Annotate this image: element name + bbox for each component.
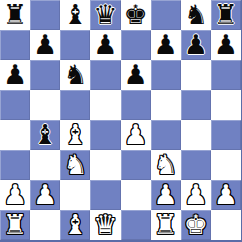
square-a2[interactable]: ♟ [0,180,30,210]
square-g2[interactable]: ♟ [181,180,211,210]
square-b7[interactable]: ♟ [30,30,60,60]
square-e8[interactable]: ♚ [121,0,151,30]
black-rook-h8[interactable]: ♜ [214,1,238,28]
black-pawn-b7[interactable]: ♟ [33,31,57,58]
chess-board: ♜♝♛♚♞♜♟♟♟♟♟♟♞♟♝♝♟♞♞♟♟♟♟♟♜♝♛♜♚ [0,0,242,242]
square-a6[interactable]: ♟ [0,60,30,90]
black-queen-d8[interactable]: ♛ [93,1,117,28]
square-d4[interactable] [90,120,120,150]
black-pawn-a6[interactable]: ♟ [3,61,27,88]
square-e7[interactable] [121,30,151,60]
square-h8[interactable]: ♜ [211,0,241,30]
black-king-e8[interactable]: ♚ [123,1,147,28]
square-b2[interactable]: ♟ [30,180,60,210]
square-b8[interactable] [30,0,60,30]
square-h6[interactable] [211,60,241,90]
square-c1[interactable]: ♝ [60,210,90,240]
white-knight-c3[interactable]: ♞ [63,151,87,178]
square-g1[interactable]: ♚ [181,210,211,240]
square-e5[interactable] [121,90,151,120]
square-f7[interactable]: ♟ [151,30,181,60]
square-d2[interactable] [90,180,120,210]
square-d1[interactable]: ♛ [90,210,120,240]
square-f5[interactable] [151,90,181,120]
square-b6[interactable] [30,60,60,90]
square-h5[interactable] [211,90,241,120]
square-h1[interactable] [211,210,241,240]
white-pawn-e4[interactable]: ♟ [123,121,147,148]
black-knight-g8[interactable]: ♞ [184,1,208,28]
square-a5[interactable] [0,90,30,120]
square-b1[interactable] [30,210,60,240]
square-h4[interactable] [211,120,241,150]
square-a1[interactable]: ♜ [0,210,30,240]
square-h3[interactable] [211,150,241,180]
white-pawn-f2[interactable]: ♟ [154,181,178,208]
black-rook-a8[interactable]: ♜ [3,1,27,28]
white-rook-f1[interactable]: ♜ [154,211,178,238]
square-b5[interactable] [30,90,60,120]
black-pawn-f7[interactable]: ♟ [154,31,178,58]
white-knight-f3[interactable]: ♞ [154,151,178,178]
white-pawn-a2[interactable]: ♟ [3,181,27,208]
white-bishop-c4[interactable]: ♝ [63,121,87,148]
chess-board-grid: ♜♝♛♚♞♜♟♟♟♟♟♟♞♟♝♝♟♞♞♟♟♟♟♟♜♝♛♜♚ [0,0,241,240]
square-g7[interactable]: ♟ [181,30,211,60]
black-pawn-h7[interactable]: ♟ [214,31,238,58]
square-e3[interactable] [121,150,151,180]
square-b4[interactable]: ♝ [30,120,60,150]
square-h7[interactable]: ♟ [211,30,241,60]
black-bishop-c8[interactable]: ♝ [63,1,87,28]
white-queen-d1[interactable]: ♛ [93,211,117,238]
black-pawn-e6[interactable]: ♟ [123,61,147,88]
black-pawn-d7[interactable]: ♟ [93,31,117,58]
square-f4[interactable] [151,120,181,150]
square-d5[interactable] [90,90,120,120]
square-f3[interactable]: ♞ [151,150,181,180]
square-b3[interactable] [30,150,60,180]
square-d8[interactable]: ♛ [90,0,120,30]
square-e1[interactable] [121,210,151,240]
black-pawn-g7[interactable]: ♟ [184,31,208,58]
square-f2[interactable]: ♟ [151,180,181,210]
square-f6[interactable] [151,60,181,90]
square-c5[interactable] [60,90,90,120]
square-d6[interactable] [90,60,120,90]
square-a3[interactable] [0,150,30,180]
square-d3[interactable] [90,150,120,180]
black-knight-c6[interactable]: ♞ [63,61,87,88]
square-c7[interactable] [60,30,90,60]
square-g8[interactable]: ♞ [181,0,211,30]
square-d7[interactable]: ♟ [90,30,120,60]
square-c6[interactable]: ♞ [60,60,90,90]
square-a8[interactable]: ♜ [0,0,30,30]
square-g3[interactable] [181,150,211,180]
white-pawn-b2[interactable]: ♟ [33,181,57,208]
square-e4[interactable]: ♟ [121,120,151,150]
square-h2[interactable]: ♟ [211,180,241,210]
square-g5[interactable] [181,90,211,120]
square-e6[interactable]: ♟ [121,60,151,90]
black-bishop-b4[interactable]: ♝ [33,121,57,148]
white-bishop-c1[interactable]: ♝ [63,211,87,238]
square-a7[interactable] [0,30,30,60]
square-e2[interactable] [121,180,151,210]
square-c8[interactable]: ♝ [60,0,90,30]
square-f8[interactable] [151,0,181,30]
white-pawn-h2[interactable]: ♟ [214,181,238,208]
white-rook-a1[interactable]: ♜ [3,211,27,238]
square-a4[interactable] [0,120,30,150]
white-king-g1[interactable]: ♚ [184,211,208,238]
white-pawn-g2[interactable]: ♟ [184,181,208,208]
square-g6[interactable] [181,60,211,90]
square-c4[interactable]: ♝ [60,120,90,150]
square-c3[interactable]: ♞ [60,150,90,180]
square-f1[interactable]: ♜ [151,210,181,240]
square-g4[interactable] [181,120,211,150]
square-c2[interactable] [60,180,90,210]
